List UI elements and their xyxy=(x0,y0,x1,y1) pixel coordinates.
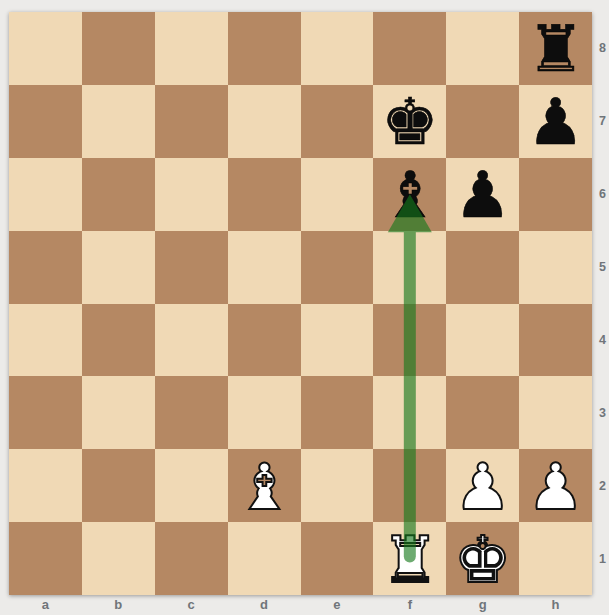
square-h7[interactable]: ♟ xyxy=(519,85,592,158)
square-d5[interactable] xyxy=(228,231,301,304)
rank-label-5: 5 xyxy=(596,260,609,274)
file-label-d: d xyxy=(260,597,268,612)
square-h8[interactable]: ♜ xyxy=(519,12,592,85)
square-e6[interactable] xyxy=(301,158,374,231)
square-h3[interactable] xyxy=(519,376,592,449)
square-d8[interactable] xyxy=(228,12,301,85)
square-e3[interactable] xyxy=(301,376,374,449)
square-c3[interactable] xyxy=(155,376,228,449)
square-a6[interactable] xyxy=(9,158,82,231)
square-h1[interactable] xyxy=(519,522,592,595)
square-b3[interactable] xyxy=(82,376,155,449)
file-label-c: c xyxy=(188,597,195,612)
square-d4[interactable] xyxy=(228,304,301,377)
white-bishop-d2[interactable]: ♝ xyxy=(228,450,301,523)
square-a2[interactable] xyxy=(9,449,82,522)
file-label-g: g xyxy=(479,597,487,612)
square-c8[interactable] xyxy=(155,12,228,85)
file-label-b: b xyxy=(114,597,122,612)
square-e4[interactable] xyxy=(301,304,374,377)
square-g2[interactable]: ♟ xyxy=(446,449,519,522)
square-f7[interactable]: ♚ xyxy=(373,85,446,158)
black-rook-h8[interactable]: ♜ xyxy=(519,13,592,86)
rank-label-2: 2 xyxy=(596,479,609,493)
rank-label-6: 6 xyxy=(596,187,609,201)
square-b1[interactable] xyxy=(82,522,155,595)
square-f1[interactable]: ♜ xyxy=(373,522,446,595)
square-e8[interactable] xyxy=(301,12,374,85)
square-d1[interactable] xyxy=(228,522,301,595)
square-h5[interactable] xyxy=(519,231,592,304)
square-b5[interactable] xyxy=(82,231,155,304)
square-f3[interactable] xyxy=(373,376,446,449)
square-c6[interactable] xyxy=(155,158,228,231)
white-rook-f1[interactable]: ♜ xyxy=(373,523,446,596)
square-a3[interactable] xyxy=(9,376,82,449)
file-label-a: a xyxy=(42,597,49,612)
square-g7[interactable] xyxy=(446,85,519,158)
square-c4[interactable] xyxy=(155,304,228,377)
square-c7[interactable] xyxy=(155,85,228,158)
chess-board: ♜♚♟♝♟♝♟♟♜♚ xyxy=(9,12,592,595)
rank-label-3: 3 xyxy=(596,406,609,420)
rank-label-1: 1 xyxy=(596,552,609,566)
file-label-e: e xyxy=(333,597,340,612)
square-f4[interactable] xyxy=(373,304,446,377)
square-a1[interactable] xyxy=(9,522,82,595)
square-a8[interactable] xyxy=(9,12,82,85)
square-d2[interactable]: ♝ xyxy=(228,449,301,522)
square-g1[interactable]: ♚ xyxy=(446,522,519,595)
square-b4[interactable] xyxy=(82,304,155,377)
black-pawn-h7[interactable]: ♟ xyxy=(519,86,592,159)
square-f5[interactable] xyxy=(373,231,446,304)
square-h6[interactable] xyxy=(519,158,592,231)
black-bishop-f6[interactable]: ♝ xyxy=(373,159,446,232)
file-label-f: f xyxy=(408,597,412,612)
square-a4[interactable] xyxy=(9,304,82,377)
square-g3[interactable] xyxy=(446,376,519,449)
square-f2[interactable] xyxy=(373,449,446,522)
square-d6[interactable] xyxy=(228,158,301,231)
square-c5[interactable] xyxy=(155,231,228,304)
square-f6[interactable]: ♝ xyxy=(373,158,446,231)
black-king-f7[interactable]: ♚ xyxy=(373,86,446,159)
square-h2[interactable]: ♟ xyxy=(519,449,592,522)
square-g6[interactable]: ♟ xyxy=(446,158,519,231)
rank-label-8: 8 xyxy=(596,41,609,55)
square-g8[interactable] xyxy=(446,12,519,85)
square-c2[interactable] xyxy=(155,449,228,522)
square-e2[interactable] xyxy=(301,449,374,522)
square-g5[interactable] xyxy=(446,231,519,304)
white-king-g1[interactable]: ♚ xyxy=(446,523,519,596)
square-b6[interactable] xyxy=(82,158,155,231)
square-b2[interactable] xyxy=(82,449,155,522)
black-pawn-g6[interactable]: ♟ xyxy=(446,159,519,232)
square-d3[interactable] xyxy=(228,376,301,449)
square-c1[interactable] xyxy=(155,522,228,595)
square-a5[interactable] xyxy=(9,231,82,304)
white-pawn-h2[interactable]: ♟ xyxy=(519,450,592,523)
square-e1[interactable] xyxy=(301,522,374,595)
square-d7[interactable] xyxy=(228,85,301,158)
chess-board-app: ♜♚♟♝♟♝♟♟♜♚ 87654321abcdefgh xyxy=(0,0,609,615)
square-b8[interactable] xyxy=(82,12,155,85)
rank-label-7: 7 xyxy=(596,114,609,128)
square-e5[interactable] xyxy=(301,231,374,304)
white-pawn-g2[interactable]: ♟ xyxy=(446,450,519,523)
square-h4[interactable] xyxy=(519,304,592,377)
rank-label-4: 4 xyxy=(596,333,609,347)
file-label-h: h xyxy=(552,597,560,612)
square-a7[interactable] xyxy=(9,85,82,158)
square-b7[interactable] xyxy=(82,85,155,158)
square-e7[interactable] xyxy=(301,85,374,158)
square-f8[interactable] xyxy=(373,12,446,85)
square-g4[interactable] xyxy=(446,304,519,377)
